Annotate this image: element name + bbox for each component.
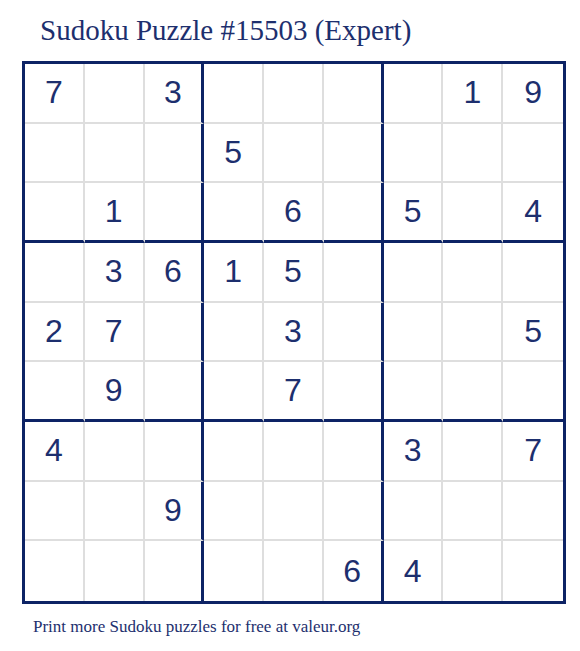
sudoku-cell-r6c4: [204, 362, 264, 422]
sudoku-cell-r5c1: 2: [25, 303, 85, 363]
sudoku-cell-r1c5: [264, 64, 324, 124]
sudoku-cell-r8c9: [503, 482, 563, 542]
sudoku-cell-r5c7: [384, 303, 444, 363]
sudoku-cell-r2c6: [324, 124, 384, 184]
sudoku-cell-r6c3: [145, 362, 205, 422]
sudoku-cell-r3c8: [443, 183, 503, 243]
sudoku-cell-r3c7: 5: [384, 183, 444, 243]
sudoku-cell-r1c9: 9: [503, 64, 563, 124]
sudoku-cell-r1c8: 1: [443, 64, 503, 124]
sudoku-cell-r6c2: 9: [85, 362, 145, 422]
sudoku-cell-r6c6: [324, 362, 384, 422]
sudoku-cell-r8c8: [443, 482, 503, 542]
sudoku-cell-r4c1: [25, 243, 85, 303]
sudoku-cell-r5c5: 3: [264, 303, 324, 363]
sudoku-cell-r7c8: [443, 422, 503, 482]
sudoku-cell-r7c9: 7: [503, 422, 563, 482]
sudoku-cell-r2c9: [503, 124, 563, 184]
sudoku-cell-r9c7: 4: [384, 541, 444, 601]
sudoku-cell-r9c8: [443, 541, 503, 601]
sudoku-cell-r5c8: [443, 303, 503, 363]
sudoku-cell-r7c6: [324, 422, 384, 482]
sudoku-cell-r4c2: 3: [85, 243, 145, 303]
sudoku-page: Sudoku Puzzle #15503 (Expert) 7319516543…: [0, 14, 580, 651]
sudoku-cell-r1c2: [85, 64, 145, 124]
sudoku-cell-r9c6: 6: [324, 541, 384, 601]
sudoku-cell-r4c6: [324, 243, 384, 303]
sudoku-cell-r5c6: [324, 303, 384, 363]
sudoku-cell-r9c2: [85, 541, 145, 601]
sudoku-cell-r9c5: [264, 541, 324, 601]
sudoku-cell-r1c4: [204, 64, 264, 124]
sudoku-cell-r2c8: [443, 124, 503, 184]
sudoku-cell-r6c1: [25, 362, 85, 422]
sudoku-cell-r8c6: [324, 482, 384, 542]
sudoku-cell-r5c4: [204, 303, 264, 363]
sudoku-cell-r9c1: [25, 541, 85, 601]
sudoku-cell-r4c5: 5: [264, 243, 324, 303]
sudoku-cell-r8c3: 9: [145, 482, 205, 542]
sudoku-cell-r5c2: 7: [85, 303, 145, 363]
sudoku-cell-r2c1: [25, 124, 85, 184]
sudoku-cell-r6c9: [503, 362, 563, 422]
sudoku-cell-r3c9: 4: [503, 183, 563, 243]
sudoku-cell-r4c9: [503, 243, 563, 303]
sudoku-cell-r3c1: [25, 183, 85, 243]
sudoku-cell-r3c2: 1: [85, 183, 145, 243]
sudoku-cell-r8c7: [384, 482, 444, 542]
sudoku-grid: 7319516543615273597437964: [22, 61, 566, 604]
sudoku-cell-r7c4: [204, 422, 264, 482]
footer-text: Print more Sudoku puzzles for free at va…: [33, 617, 580, 637]
sudoku-cell-r1c1: 7: [25, 64, 85, 124]
sudoku-cell-r4c3: 6: [145, 243, 205, 303]
sudoku-cell-r7c5: [264, 422, 324, 482]
sudoku-cell-r5c3: [145, 303, 205, 363]
sudoku-cell-r4c4: 1: [204, 243, 264, 303]
sudoku-cell-r1c7: [384, 64, 444, 124]
sudoku-cell-r2c7: [384, 124, 444, 184]
sudoku-cell-r8c4: [204, 482, 264, 542]
sudoku-cell-r8c2: [85, 482, 145, 542]
sudoku-cell-r4c8: [443, 243, 503, 303]
sudoku-cell-r6c5: 7: [264, 362, 324, 422]
sudoku-cell-r4c7: [384, 243, 444, 303]
sudoku-cell-r2c3: [145, 124, 205, 184]
sudoku-cell-r3c3: [145, 183, 205, 243]
sudoku-cell-r5c9: 5: [503, 303, 563, 363]
sudoku-cell-r6c7: [384, 362, 444, 422]
sudoku-cell-r9c9: [503, 541, 563, 601]
sudoku-cell-r2c5: [264, 124, 324, 184]
sudoku-cell-r6c8: [443, 362, 503, 422]
sudoku-cell-r7c3: [145, 422, 205, 482]
sudoku-cell-r7c7: 3: [384, 422, 444, 482]
sudoku-cell-r3c6: [324, 183, 384, 243]
page-title: Sudoku Puzzle #15503 (Expert): [40, 14, 580, 46]
sudoku-cell-r8c5: [264, 482, 324, 542]
sudoku-cell-r7c2: [85, 422, 145, 482]
sudoku-cell-r3c4: [204, 183, 264, 243]
sudoku-cell-r9c3: [145, 541, 205, 601]
sudoku-cell-r3c5: 6: [264, 183, 324, 243]
sudoku-cell-r8c1: [25, 482, 85, 542]
sudoku-cell-r9c4: [204, 541, 264, 601]
sudoku-cell-r7c1: 4: [25, 422, 85, 482]
sudoku-cell-r2c4: 5: [204, 124, 264, 184]
sudoku-cell-r2c2: [85, 124, 145, 184]
sudoku-cell-r1c3: 3: [145, 64, 205, 124]
sudoku-cell-r1c6: [324, 64, 384, 124]
